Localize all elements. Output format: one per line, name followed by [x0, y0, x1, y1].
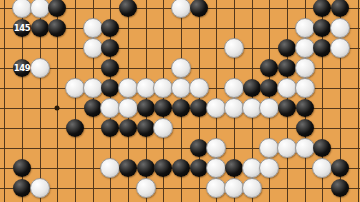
black-stone: [190, 0, 208, 17]
grid-line-horizontal: [0, 188, 360, 189]
white-stone: [118, 98, 138, 118]
black-stone: [154, 159, 172, 177]
black-stone: [84, 99, 102, 117]
black-stone: [66, 119, 84, 137]
black-stone: [119, 159, 137, 177]
black-stone: [172, 159, 190, 177]
white-stone: [242, 178, 262, 198]
black-stone: [101, 79, 119, 97]
white-stone: [206, 158, 226, 178]
black-stone: [260, 59, 278, 77]
black-stone: [313, 0, 331, 17]
black-stone: [331, 179, 349, 197]
white-stone: [30, 178, 50, 198]
black-stone: [190, 139, 208, 157]
grid-line-vertical: [4, 0, 5, 202]
black-stone: [13, 159, 31, 177]
white-stone: [171, 58, 191, 78]
white-stone: [330, 38, 350, 58]
white-stone: [171, 0, 191, 18]
black-stone: [225, 159, 243, 177]
black-stone: [278, 99, 296, 117]
black-stone: [190, 99, 208, 117]
white-stone: [295, 138, 315, 158]
black-stone: [278, 59, 296, 77]
black-stone: [313, 19, 331, 37]
move-number-label: 149: [14, 63, 30, 73]
black-stone: [296, 119, 314, 137]
white-stone: [206, 138, 226, 158]
move-number-label: 145: [14, 23, 30, 33]
black-stone: [119, 119, 137, 137]
black-stone: [119, 0, 137, 17]
black-stone: [154, 99, 172, 117]
black-stone: [190, 159, 208, 177]
white-stone: [224, 38, 244, 58]
grid-line-vertical: [358, 0, 359, 202]
black-stone: [296, 99, 314, 117]
white-stone: [295, 78, 315, 98]
black-stone: [101, 19, 119, 37]
black-stone: [137, 119, 155, 137]
black-stone: [48, 0, 66, 17]
white-stone: [30, 0, 50, 18]
white-stone: [136, 178, 156, 198]
white-stone: [30, 58, 50, 78]
black-stone: [313, 139, 331, 157]
black-stone: [331, 0, 349, 17]
white-stone: [83, 78, 103, 98]
star-point: [55, 106, 60, 111]
go-board[interactable]: 145149: [0, 0, 360, 202]
white-stone: [189, 78, 209, 98]
white-stone: [83, 18, 103, 38]
white-stone: [153, 118, 173, 138]
black-stone: [13, 179, 31, 197]
black-stone: [137, 99, 155, 117]
black-stone: [101, 39, 119, 57]
black-stone: [243, 79, 261, 97]
white-stone: [295, 38, 315, 58]
black-stone: [331, 159, 349, 177]
black-stone: [260, 79, 278, 97]
black-stone: [137, 159, 155, 177]
grid-line-vertical: [75, 0, 76, 202]
white-stone: [330, 18, 350, 38]
black-stone: [31, 19, 49, 37]
white-stone: [295, 18, 315, 38]
black-stone: [48, 19, 66, 37]
white-stone: [100, 158, 120, 178]
go-app-window: 145149: [0, 0, 360, 202]
white-stone: [83, 38, 103, 58]
white-stone: [312, 158, 332, 178]
white-stone: [259, 158, 279, 178]
black-stone: [101, 119, 119, 137]
white-stone: [295, 58, 315, 78]
black-stone: [172, 99, 190, 117]
black-stone: [278, 39, 296, 57]
white-stone: [224, 78, 244, 98]
black-stone: [313, 39, 331, 57]
white-stone: [259, 98, 279, 118]
black-stone: [101, 59, 119, 77]
